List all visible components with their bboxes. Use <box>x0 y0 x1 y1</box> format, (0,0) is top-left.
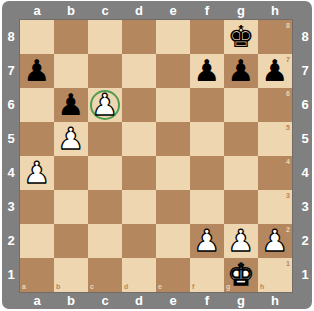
square-b4[interactable] <box>54 156 88 190</box>
piece-white-pawn-b5[interactable]: ♟ <box>58 122 85 156</box>
piece-black-pawn-a7[interactable]: ♟ <box>24 54 51 88</box>
rank-label-left-4: 4 <box>2 156 20 190</box>
file-label-bottom-a: a <box>20 293 54 310</box>
square-a6[interactable] <box>20 88 54 122</box>
square-g8[interactable]: ♚ <box>224 20 258 54</box>
inner-rank-coord-1: 1 <box>286 260 290 267</box>
inner-file-coord-e: e <box>158 283 162 290</box>
inner-rank-coord-6: 6 <box>286 90 290 97</box>
square-d7[interactable] <box>122 54 156 88</box>
chess-app-window: abcdefgh abcdefgh 87654321 87654321 ♚8♟♟… <box>0 0 314 311</box>
square-b1[interactable]: b <box>54 258 88 292</box>
square-f8[interactable] <box>190 20 224 54</box>
file-label-bottom-d: d <box>122 293 156 310</box>
square-a8[interactable] <box>20 20 54 54</box>
square-h5[interactable]: 5 <box>258 122 292 156</box>
file-label-top-h: h <box>258 2 292 20</box>
rank-label-right-7: 7 <box>294 54 314 88</box>
inner-rank-coord-8: 8 <box>286 22 290 29</box>
square-h2[interactable]: 2♟ <box>258 224 292 258</box>
file-label-bottom-h: h <box>258 293 292 310</box>
square-e8[interactable] <box>156 20 190 54</box>
file-label-bottom-c: c <box>88 293 122 310</box>
file-label-bottom-f: f <box>190 293 224 310</box>
file-label-top-a: a <box>20 2 54 20</box>
rank-label-right-6: 6 <box>294 88 314 122</box>
square-a1[interactable]: a <box>20 258 54 292</box>
rank-label-left-2: 2 <box>2 224 20 258</box>
piece-black-pawn-g7[interactable]: ♟ <box>228 54 255 88</box>
square-g7[interactable]: ♟ <box>224 54 258 88</box>
square-e4[interactable] <box>156 156 190 190</box>
file-label-top-g: g <box>224 2 258 20</box>
piece-black-king-g8[interactable]: ♚ <box>228 20 255 54</box>
rank-label-right-8: 8 <box>294 20 314 54</box>
square-d1[interactable]: d <box>122 258 156 292</box>
rank-label-left-5: 5 <box>2 122 20 156</box>
square-b2[interactable] <box>54 224 88 258</box>
square-c3[interactable] <box>88 190 122 224</box>
file-label-bottom-e: e <box>156 293 190 310</box>
square-d8[interactable] <box>122 20 156 54</box>
square-c5[interactable] <box>88 122 122 156</box>
square-g3[interactable] <box>224 190 258 224</box>
inner-rank-coord-3: 3 <box>286 192 290 199</box>
square-e2[interactable] <box>156 224 190 258</box>
piece-black-pawn-f7[interactable]: ♟ <box>194 54 221 88</box>
inner-file-coord-b: b <box>56 283 60 290</box>
square-e1[interactable]: e <box>156 258 190 292</box>
square-g1[interactable]: g♚ <box>224 258 258 292</box>
inner-rank-coord-5: 5 <box>286 124 290 131</box>
square-e7[interactable] <box>156 54 190 88</box>
square-c1[interactable]: c <box>88 258 122 292</box>
square-f3[interactable] <box>190 190 224 224</box>
piece-white-pawn-f2[interactable]: ♟ <box>194 224 221 258</box>
inner-file-coord-d: d <box>124 283 128 290</box>
file-label-bottom-g: g <box>224 293 258 310</box>
square-f4[interactable] <box>190 156 224 190</box>
square-b5[interactable]: ♟ <box>54 122 88 156</box>
square-f5[interactable] <box>190 122 224 156</box>
board-frame: abcdefgh abcdefgh 87654321 87654321 ♚8♟♟… <box>2 1 312 309</box>
rank-label-right-1: 1 <box>294 258 314 292</box>
square-d3[interactable] <box>122 190 156 224</box>
square-b3[interactable] <box>54 190 88 224</box>
square-b7[interactable] <box>54 54 88 88</box>
rank-label-left-1: 1 <box>2 258 20 292</box>
square-c7[interactable] <box>88 54 122 88</box>
rank-label-left-3: 3 <box>2 190 20 224</box>
square-g5[interactable] <box>224 122 258 156</box>
square-b6[interactable]: ♟ <box>54 88 88 122</box>
square-e5[interactable] <box>156 122 190 156</box>
square-d4[interactable] <box>122 156 156 190</box>
square-h8[interactable]: 8 <box>258 20 292 54</box>
file-label-top-b: b <box>54 2 88 20</box>
file-label-top-f: f <box>190 2 224 20</box>
file-label-top-d: d <box>122 2 156 20</box>
inner-file-coord-c: c <box>90 283 94 290</box>
piece-white-pawn-c6[interactable]: ♟ <box>92 88 119 122</box>
square-h1[interactable]: 1h <box>258 258 292 292</box>
square-h4[interactable]: 4 <box>258 156 292 190</box>
square-g4[interactable] <box>224 156 258 190</box>
inner-file-coord-h: h <box>260 283 264 290</box>
square-d5[interactable] <box>122 122 156 156</box>
square-a2[interactable] <box>20 224 54 258</box>
square-e3[interactable] <box>156 190 190 224</box>
inner-rank-coord-4: 4 <box>286 158 290 165</box>
square-f7[interactable]: ♟ <box>190 54 224 88</box>
piece-black-pawn-b6[interactable]: ♟ <box>58 88 85 122</box>
piece-black-pawn-h7[interactable]: ♟ <box>262 54 289 88</box>
square-c2[interactable] <box>88 224 122 258</box>
file-label-top-e: e <box>156 2 190 20</box>
square-a5[interactable] <box>20 122 54 156</box>
inner-file-coord-a: a <box>22 283 26 290</box>
square-g2[interactable]: ♟ <box>224 224 258 258</box>
square-a3[interactable] <box>20 190 54 224</box>
square-a4[interactable]: ♟ <box>20 156 54 190</box>
chess-board: ♚8♟♟♟7♟♟♟6♟5♟43♟♟2♟abcdefg♚1h <box>20 20 292 292</box>
inner-file-coord-f: f <box>192 283 194 290</box>
square-c8[interactable] <box>88 20 122 54</box>
square-d2[interactable] <box>122 224 156 258</box>
square-c6[interactable]: ♟ <box>88 88 122 122</box>
square-h3[interactable]: 3 <box>258 190 292 224</box>
rank-label-left-6: 6 <box>2 88 20 122</box>
square-f6[interactable] <box>190 88 224 122</box>
piece-white-king-g1[interactable]: ♚ <box>228 258 255 292</box>
square-h7[interactable]: 7♟ <box>258 54 292 88</box>
piece-white-pawn-a4[interactable]: ♟ <box>24 156 51 190</box>
square-h6[interactable]: 6 <box>258 88 292 122</box>
square-g6[interactable] <box>224 88 258 122</box>
square-b8[interactable] <box>54 20 88 54</box>
rank-label-right-5: 5 <box>294 122 314 156</box>
piece-white-pawn-h2[interactable]: ♟ <box>262 224 289 258</box>
rank-label-right-4: 4 <box>294 156 314 190</box>
square-c4[interactable] <box>88 156 122 190</box>
file-label-top-c: c <box>88 2 122 20</box>
rank-label-left-8: 8 <box>2 20 20 54</box>
square-f2[interactable]: ♟ <box>190 224 224 258</box>
file-label-bottom-b: b <box>54 293 88 310</box>
rank-label-right-2: 2 <box>294 224 314 258</box>
square-a7[interactable]: ♟ <box>20 54 54 88</box>
piece-white-pawn-g2[interactable]: ♟ <box>228 224 255 258</box>
rank-label-right-3: 3 <box>294 190 314 224</box>
square-e6[interactable] <box>156 88 190 122</box>
rank-label-left-7: 7 <box>2 54 20 88</box>
square-f1[interactable]: f <box>190 258 224 292</box>
square-d6[interactable] <box>122 88 156 122</box>
